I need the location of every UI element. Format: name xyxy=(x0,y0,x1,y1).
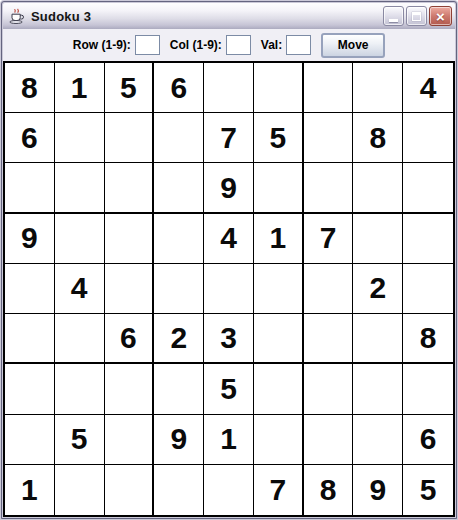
cell-r8c6 xyxy=(254,415,304,465)
cell-r7c4 xyxy=(154,364,204,414)
cell-r4c3 xyxy=(105,214,155,264)
cell-r9c7: 8 xyxy=(304,465,354,515)
cell-r5c3 xyxy=(105,264,155,314)
cell-r1c4: 6 xyxy=(154,63,204,113)
cell-r9c2 xyxy=(55,465,105,515)
cell-r9c8: 9 xyxy=(353,465,403,515)
cell-r5c4 xyxy=(154,264,204,314)
cell-r6c5: 3 xyxy=(204,314,254,364)
cell-r7c8 xyxy=(353,364,403,414)
cell-r2c1: 6 xyxy=(5,113,55,163)
row-label: Row (1-9): xyxy=(73,38,131,52)
cell-r8c7 xyxy=(304,415,354,465)
minimize-button[interactable] xyxy=(383,6,404,26)
cell-r2c4 xyxy=(154,113,204,163)
cell-r8c9: 6 xyxy=(403,415,453,465)
cell-r9c1: 1 xyxy=(5,465,55,515)
cell-r2c7 xyxy=(304,113,354,163)
move-button[interactable]: Move xyxy=(321,33,385,58)
cell-r7c5: 5 xyxy=(204,364,254,414)
cell-r2c5: 7 xyxy=(204,113,254,163)
cell-r1c2: 1 xyxy=(55,63,105,113)
cell-r4c1: 9 xyxy=(5,214,55,264)
cell-r1c5 xyxy=(204,63,254,113)
col-input[interactable] xyxy=(226,35,251,55)
cell-r7c7 xyxy=(304,364,354,414)
col-label: Col (1-9): xyxy=(170,38,222,52)
close-button[interactable]: × xyxy=(429,6,452,26)
cell-r4c9 xyxy=(403,214,453,264)
cell-r3c9 xyxy=(403,163,453,213)
cell-r5c7 xyxy=(304,264,354,314)
cell-r1c3: 5 xyxy=(105,63,155,113)
cell-r9c5 xyxy=(204,465,254,515)
cell-r8c5: 1 xyxy=(204,415,254,465)
cell-r8c3 xyxy=(105,415,155,465)
cell-r3c1 xyxy=(5,163,55,213)
maximize-button[interactable] xyxy=(406,6,427,26)
titlebar[interactable]: Sudoku 3 × xyxy=(3,3,455,29)
cell-r8c2: 5 xyxy=(55,415,105,465)
cell-r2c3 xyxy=(105,113,155,163)
val-label: Val: xyxy=(261,38,282,52)
cell-r2c9 xyxy=(403,113,453,163)
cell-r9c9: 5 xyxy=(403,465,453,515)
cell-r4c7: 7 xyxy=(304,214,354,264)
close-icon: × xyxy=(436,9,445,24)
row-input[interactable] xyxy=(135,35,160,55)
cell-r2c6: 5 xyxy=(254,113,304,163)
cell-r6c7 xyxy=(304,314,354,364)
board-area: 815646758994174262385591617895 xyxy=(3,61,455,517)
cell-r5c5 xyxy=(204,264,254,314)
cell-r9c4 xyxy=(154,465,204,515)
cell-r7c6 xyxy=(254,364,304,414)
cell-r1c7 xyxy=(304,63,354,113)
cell-r9c3 xyxy=(105,465,155,515)
cell-r4c8 xyxy=(353,214,403,264)
cell-r7c2 xyxy=(55,364,105,414)
cell-r3c4 xyxy=(154,163,204,213)
cell-r8c4: 9 xyxy=(154,415,204,465)
cell-r2c8: 8 xyxy=(353,113,403,163)
minimize-icon xyxy=(389,19,398,22)
cell-r3c8 xyxy=(353,163,403,213)
cell-r3c6 xyxy=(254,163,304,213)
cell-r5c1 xyxy=(5,264,55,314)
cell-r6c4: 2 xyxy=(154,314,204,364)
cell-r7c9 xyxy=(403,364,453,414)
cell-r1c1: 8 xyxy=(5,63,55,113)
cell-r7c1 xyxy=(5,364,55,414)
cell-r5c2: 4 xyxy=(55,264,105,314)
cell-r3c7 xyxy=(304,163,354,213)
cell-r3c2 xyxy=(55,163,105,213)
toolbar: Row (1-9): Col (1-9): Val: Move xyxy=(3,29,455,61)
cell-r4c6: 1 xyxy=(254,214,304,264)
cell-r6c3: 6 xyxy=(105,314,155,364)
sudoku-board: 815646758994174262385591617895 xyxy=(3,61,455,517)
cell-r3c5: 9 xyxy=(204,163,254,213)
titlebar-buttons: × xyxy=(383,6,452,26)
cell-r9c6: 7 xyxy=(254,465,304,515)
cell-r6c8 xyxy=(353,314,403,364)
cell-r6c9: 8 xyxy=(403,314,453,364)
cell-r4c5: 4 xyxy=(204,214,254,264)
cell-r3c3 xyxy=(105,163,155,213)
cell-r5c9 xyxy=(403,264,453,314)
window: Sudoku 3 × Row (1-9): Col (1-9): Val: Mo… xyxy=(0,0,458,520)
cell-r5c6 xyxy=(254,264,304,314)
cell-r7c3 xyxy=(105,364,155,414)
java-coffee-cup-icon xyxy=(9,8,26,24)
cell-r1c6 xyxy=(254,63,304,113)
cell-r6c1 xyxy=(5,314,55,364)
cell-r8c1 xyxy=(5,415,55,465)
cell-r2c2 xyxy=(55,113,105,163)
cell-r6c2 xyxy=(55,314,105,364)
cell-r5c8: 2 xyxy=(353,264,403,314)
cell-r1c9: 4 xyxy=(403,63,453,113)
cell-r1c8 xyxy=(353,63,403,113)
cell-r4c2 xyxy=(55,214,105,264)
cell-r4c4 xyxy=(154,214,204,264)
val-input[interactable] xyxy=(286,35,311,55)
cell-r6c6 xyxy=(254,314,304,364)
window-title: Sudoku 3 xyxy=(31,9,383,24)
cell-r8c8 xyxy=(353,415,403,465)
maximize-icon xyxy=(412,12,421,21)
